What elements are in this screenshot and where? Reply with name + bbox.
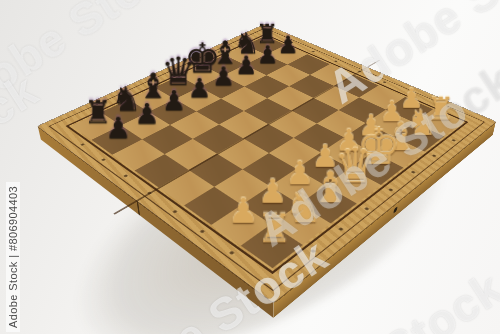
rim-nail xyxy=(432,154,437,157)
rim-nail xyxy=(334,60,338,62)
rim-nail xyxy=(290,41,294,43)
rim-nail xyxy=(93,107,97,109)
rim-nail xyxy=(338,227,344,231)
square-h1 xyxy=(414,109,463,136)
stock-photo-chess-board: ♜♞♝♛♚♝♞♜♟♟♟♟♟♟♟♟♟♟♟♟♟♟♟♟♜♞♝♛♚♝♞♜ Adobe S… xyxy=(0,0,500,334)
rim-nail xyxy=(409,92,413,94)
rim-nail xyxy=(123,174,128,177)
rim-nail xyxy=(382,81,386,83)
rim-nail xyxy=(101,158,106,161)
rim-nail xyxy=(147,83,151,85)
watermark-id-label: Adobe Stock | #806904403 xyxy=(6,182,20,332)
rim-nail xyxy=(217,51,221,53)
rim-nail xyxy=(121,95,125,97)
rim-nail xyxy=(311,51,315,53)
rim-nail xyxy=(199,229,205,233)
rim-nail xyxy=(411,171,416,174)
rim-nail xyxy=(229,251,235,255)
rim-nail xyxy=(388,188,393,191)
rim-nail xyxy=(80,143,85,146)
rim-nail xyxy=(310,249,316,253)
rim-nail xyxy=(451,139,456,142)
rim-nail xyxy=(437,104,441,106)
rim-nail xyxy=(357,70,361,72)
rim-nail xyxy=(172,210,177,214)
rim-nail xyxy=(147,191,152,194)
rim-nail xyxy=(364,207,369,211)
rim-nail xyxy=(195,61,199,63)
rim-nail xyxy=(172,72,176,74)
rim-nail xyxy=(238,42,242,44)
